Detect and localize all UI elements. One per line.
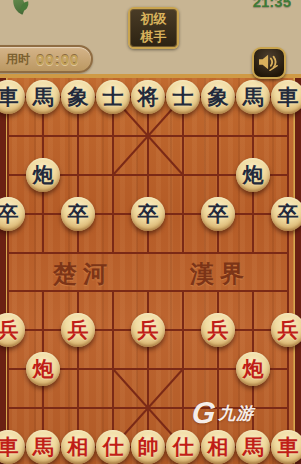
board-lines xyxy=(0,74,301,464)
piece-black-車[interactable]: 車 xyxy=(271,80,301,114)
piece-red-車[interactable]: 車 xyxy=(271,430,301,464)
piece-red-炮[interactable]: 炮 xyxy=(26,352,60,386)
speaker-icon xyxy=(258,53,280,73)
jiuyou-logo: G 九游 xyxy=(192,399,254,427)
logo-glyph: G xyxy=(191,399,217,427)
piece-red-兵[interactable]: 兵 xyxy=(201,313,235,347)
piece-black-士[interactable]: 士 xyxy=(166,80,200,114)
piece-red-相[interactable]: 相 xyxy=(201,430,235,464)
timer-value: 00:00 xyxy=(36,51,79,68)
rank-badge-line1: 初级 xyxy=(130,10,177,28)
piece-black-馬[interactable]: 馬 xyxy=(236,80,270,114)
piece-red-馬[interactable]: 馬 xyxy=(26,430,60,464)
piece-red-帥[interactable]: 帥 xyxy=(131,430,165,464)
piece-black-士[interactable]: 士 xyxy=(96,80,130,114)
piece-black-卒[interactable]: 卒 xyxy=(131,197,165,231)
river-label-right: 漢界 xyxy=(190,258,250,290)
logo-text: 九游 xyxy=(218,402,254,425)
river-label-left: 楚河 xyxy=(53,258,113,290)
piece-black-卒[interactable]: 卒 xyxy=(61,197,95,231)
piece-red-炮[interactable]: 炮 xyxy=(236,352,270,386)
piece-black-馬[interactable]: 馬 xyxy=(26,80,60,114)
piece-red-兵[interactable]: 兵 xyxy=(131,313,165,347)
timer-label: 用时 xyxy=(6,51,30,68)
player-rank-badge: 初级 棋手 xyxy=(128,7,179,49)
board-grid[interactable]: 楚河 漢界 車馬象士将士象馬車炮炮卒卒卒卒卒兵兵兵兵兵炮炮車馬相仕帥仕相馬車 xyxy=(0,74,301,464)
piece-black-象[interactable]: 象 xyxy=(61,80,95,114)
piece-black-将[interactable]: 将 xyxy=(131,80,165,114)
elapsed-time-display: 用时 00:00 xyxy=(0,45,93,73)
piece-red-仕[interactable]: 仕 xyxy=(166,430,200,464)
piece-black-炮[interactable]: 炮 xyxy=(26,158,60,192)
sound-toggle-button[interactable] xyxy=(252,47,286,79)
piece-black-卒[interactable]: 卒 xyxy=(201,197,235,231)
piece-red-兵[interactable]: 兵 xyxy=(271,313,301,347)
piece-red-馬[interactable]: 馬 xyxy=(236,430,270,464)
xiangqi-app-screen: 21:35 初级 棋手 用时 00:00 xyxy=(0,0,301,464)
system-clock: 21:35 xyxy=(253,0,291,10)
piece-black-卒[interactable]: 卒 xyxy=(271,197,301,231)
piece-red-仕[interactable]: 仕 xyxy=(96,430,130,464)
piece-black-炮[interactable]: 炮 xyxy=(236,158,270,192)
piece-red-相[interactable]: 相 xyxy=(61,430,95,464)
piece-red-兵[interactable]: 兵 xyxy=(61,313,95,347)
rank-badge-line2: 棋手 xyxy=(130,28,177,46)
piece-black-象[interactable]: 象 xyxy=(201,80,235,114)
